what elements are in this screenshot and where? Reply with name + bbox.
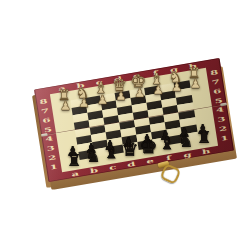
chess-set-photo: abcdefgh abcdefgh 87654321 87654321 ♜♞♝♛… — [0, 0, 250, 250]
black-knight-b1[interactable]: ♞ — [85, 148, 100, 165]
white-pawn-e7[interactable]: ♟ — [134, 87, 145, 99]
white-pawn-d7[interactable]: ♟ — [116, 90, 127, 102]
black-king-e1[interactable]: ♚ — [139, 136, 157, 156]
black-knight-g1[interactable]: ♞ — [178, 132, 193, 149]
pieces-layer: ♜♞♝♛♚♝♞♜♟♟♟♟♟♟♟♟♟♟♟♟♟♟♟♟♜♞♝♛♚♝♞♜ — [0, 0, 250, 250]
white-pawn-f7[interactable]: ♟ — [153, 84, 164, 96]
black-queen-d1[interactable]: ♛ — [121, 140, 138, 159]
black-bishop-f1[interactable]: ♝ — [159, 135, 175, 153]
white-pawn-b7[interactable]: ♟ — [78, 97, 89, 109]
white-pawn-c7[interactable]: ♟ — [97, 94, 108, 106]
white-pawn-g7[interactable]: ♟ — [171, 81, 182, 93]
white-pawn-h7[interactable]: ♟ — [190, 78, 201, 90]
black-bishop-c1[interactable]: ♝ — [103, 144, 119, 162]
white-pawn-a7[interactable]: ♟ — [60, 100, 71, 112]
black-rook-h1[interactable]: ♜ — [197, 130, 211, 146]
black-rook-a1[interactable]: ♜ — [67, 152, 81, 168]
brass-clasp — [156, 161, 180, 185]
